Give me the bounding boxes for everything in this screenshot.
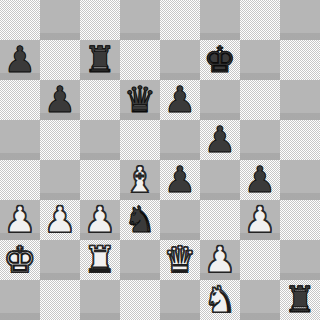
square-b4[interactable] xyxy=(40,160,80,200)
square-d7[interactable] xyxy=(120,40,160,80)
square-e3[interactable] xyxy=(160,200,200,240)
piece-black-king[interactable]: ♚ xyxy=(204,40,236,80)
square-f7[interactable]: ♚ xyxy=(200,40,240,80)
square-f2[interactable]: ♟ xyxy=(200,240,240,280)
square-d4[interactable]: ♝ xyxy=(120,160,160,200)
square-c6[interactable] xyxy=(80,80,120,120)
square-h1[interactable]: ♜ xyxy=(280,280,320,320)
square-a3[interactable]: ♟ xyxy=(0,200,40,240)
square-f5[interactable]: ♟ xyxy=(200,120,240,160)
square-d2[interactable] xyxy=(120,240,160,280)
square-c7[interactable]: ♜ xyxy=(80,40,120,80)
piece-white-pawn[interactable]: ♟ xyxy=(44,200,76,240)
square-a7[interactable]: ♟ xyxy=(0,40,40,80)
piece-white-rook[interactable]: ♜ xyxy=(84,240,116,280)
square-a1[interactable] xyxy=(0,280,40,320)
square-c2[interactable]: ♜ xyxy=(80,240,120,280)
square-c5[interactable] xyxy=(80,120,120,160)
square-b6[interactable]: ♟ xyxy=(40,80,80,120)
piece-white-knight[interactable]: ♞ xyxy=(204,280,236,320)
piece-black-knight[interactable]: ♞ xyxy=(124,200,156,240)
square-a2[interactable]: ♚ xyxy=(0,240,40,280)
square-c8[interactable] xyxy=(80,0,120,40)
square-a4[interactable] xyxy=(0,160,40,200)
square-c1[interactable] xyxy=(80,280,120,320)
square-g4[interactable]: ♟ xyxy=(240,160,280,200)
square-b2[interactable] xyxy=(40,240,80,280)
square-e8[interactable] xyxy=(160,0,200,40)
square-d8[interactable] xyxy=(120,0,160,40)
square-b3[interactable]: ♟ xyxy=(40,200,80,240)
square-h2[interactable] xyxy=(280,240,320,280)
piece-black-pawn[interactable]: ♟ xyxy=(44,80,76,120)
square-g8[interactable] xyxy=(240,0,280,40)
square-e5[interactable] xyxy=(160,120,200,160)
piece-black-pawn[interactable]: ♟ xyxy=(164,160,196,200)
piece-black-pawn[interactable]: ♟ xyxy=(204,120,236,160)
piece-black-rook[interactable]: ♜ xyxy=(284,280,316,320)
square-b7[interactable] xyxy=(40,40,80,80)
piece-white-queen[interactable]: ♛ xyxy=(164,240,196,280)
square-d6[interactable]: ♛ xyxy=(120,80,160,120)
piece-black-pawn[interactable]: ♟ xyxy=(164,80,196,120)
piece-white-bishop[interactable]: ♝ xyxy=(124,160,156,200)
square-g5[interactable] xyxy=(240,120,280,160)
square-g6[interactable] xyxy=(240,80,280,120)
square-g7[interactable] xyxy=(240,40,280,80)
square-b5[interactable] xyxy=(40,120,80,160)
square-a6[interactable] xyxy=(0,80,40,120)
square-f3[interactable] xyxy=(200,200,240,240)
square-c3[interactable]: ♟ xyxy=(80,200,120,240)
square-h3[interactable] xyxy=(280,200,320,240)
square-h6[interactable] xyxy=(280,80,320,120)
piece-white-pawn[interactable]: ♟ xyxy=(84,200,116,240)
piece-black-queen[interactable]: ♛ xyxy=(124,80,156,120)
square-f4[interactable] xyxy=(200,160,240,200)
square-c4[interactable] xyxy=(80,160,120,200)
square-f6[interactable] xyxy=(200,80,240,120)
square-b8[interactable] xyxy=(40,0,80,40)
square-h7[interactable] xyxy=(280,40,320,80)
square-h4[interactable] xyxy=(280,160,320,200)
square-f8[interactable] xyxy=(200,0,240,40)
piece-white-pawn[interactable]: ♟ xyxy=(4,200,36,240)
square-e7[interactable] xyxy=(160,40,200,80)
square-g2[interactable] xyxy=(240,240,280,280)
square-e1[interactable] xyxy=(160,280,200,320)
piece-white-pawn[interactable]: ♟ xyxy=(204,240,236,280)
square-d3[interactable]: ♞ xyxy=(120,200,160,240)
square-h8[interactable] xyxy=(280,0,320,40)
square-b1[interactable] xyxy=(40,280,80,320)
piece-white-pawn[interactable]: ♟ xyxy=(244,200,276,240)
square-e2[interactable]: ♛ xyxy=(160,240,200,280)
square-g1[interactable] xyxy=(240,280,280,320)
chess-board: ♟♜♚♟♛♟♟♝♟♟♟♟♟♞♟♚♜♛♟♞♜ xyxy=(0,0,320,320)
square-e6[interactable]: ♟ xyxy=(160,80,200,120)
square-e4[interactable]: ♟ xyxy=(160,160,200,200)
square-h5[interactable] xyxy=(280,120,320,160)
square-a5[interactable] xyxy=(0,120,40,160)
piece-black-rook[interactable]: ♜ xyxy=(84,40,116,80)
piece-black-pawn[interactable]: ♟ xyxy=(244,160,276,200)
square-f1[interactable]: ♞ xyxy=(200,280,240,320)
piece-black-pawn[interactable]: ♟ xyxy=(4,40,36,80)
piece-white-king[interactable]: ♚ xyxy=(4,240,36,280)
square-a8[interactable] xyxy=(0,0,40,40)
square-g3[interactable]: ♟ xyxy=(240,200,280,240)
square-d1[interactable] xyxy=(120,280,160,320)
square-d5[interactable] xyxy=(120,120,160,160)
